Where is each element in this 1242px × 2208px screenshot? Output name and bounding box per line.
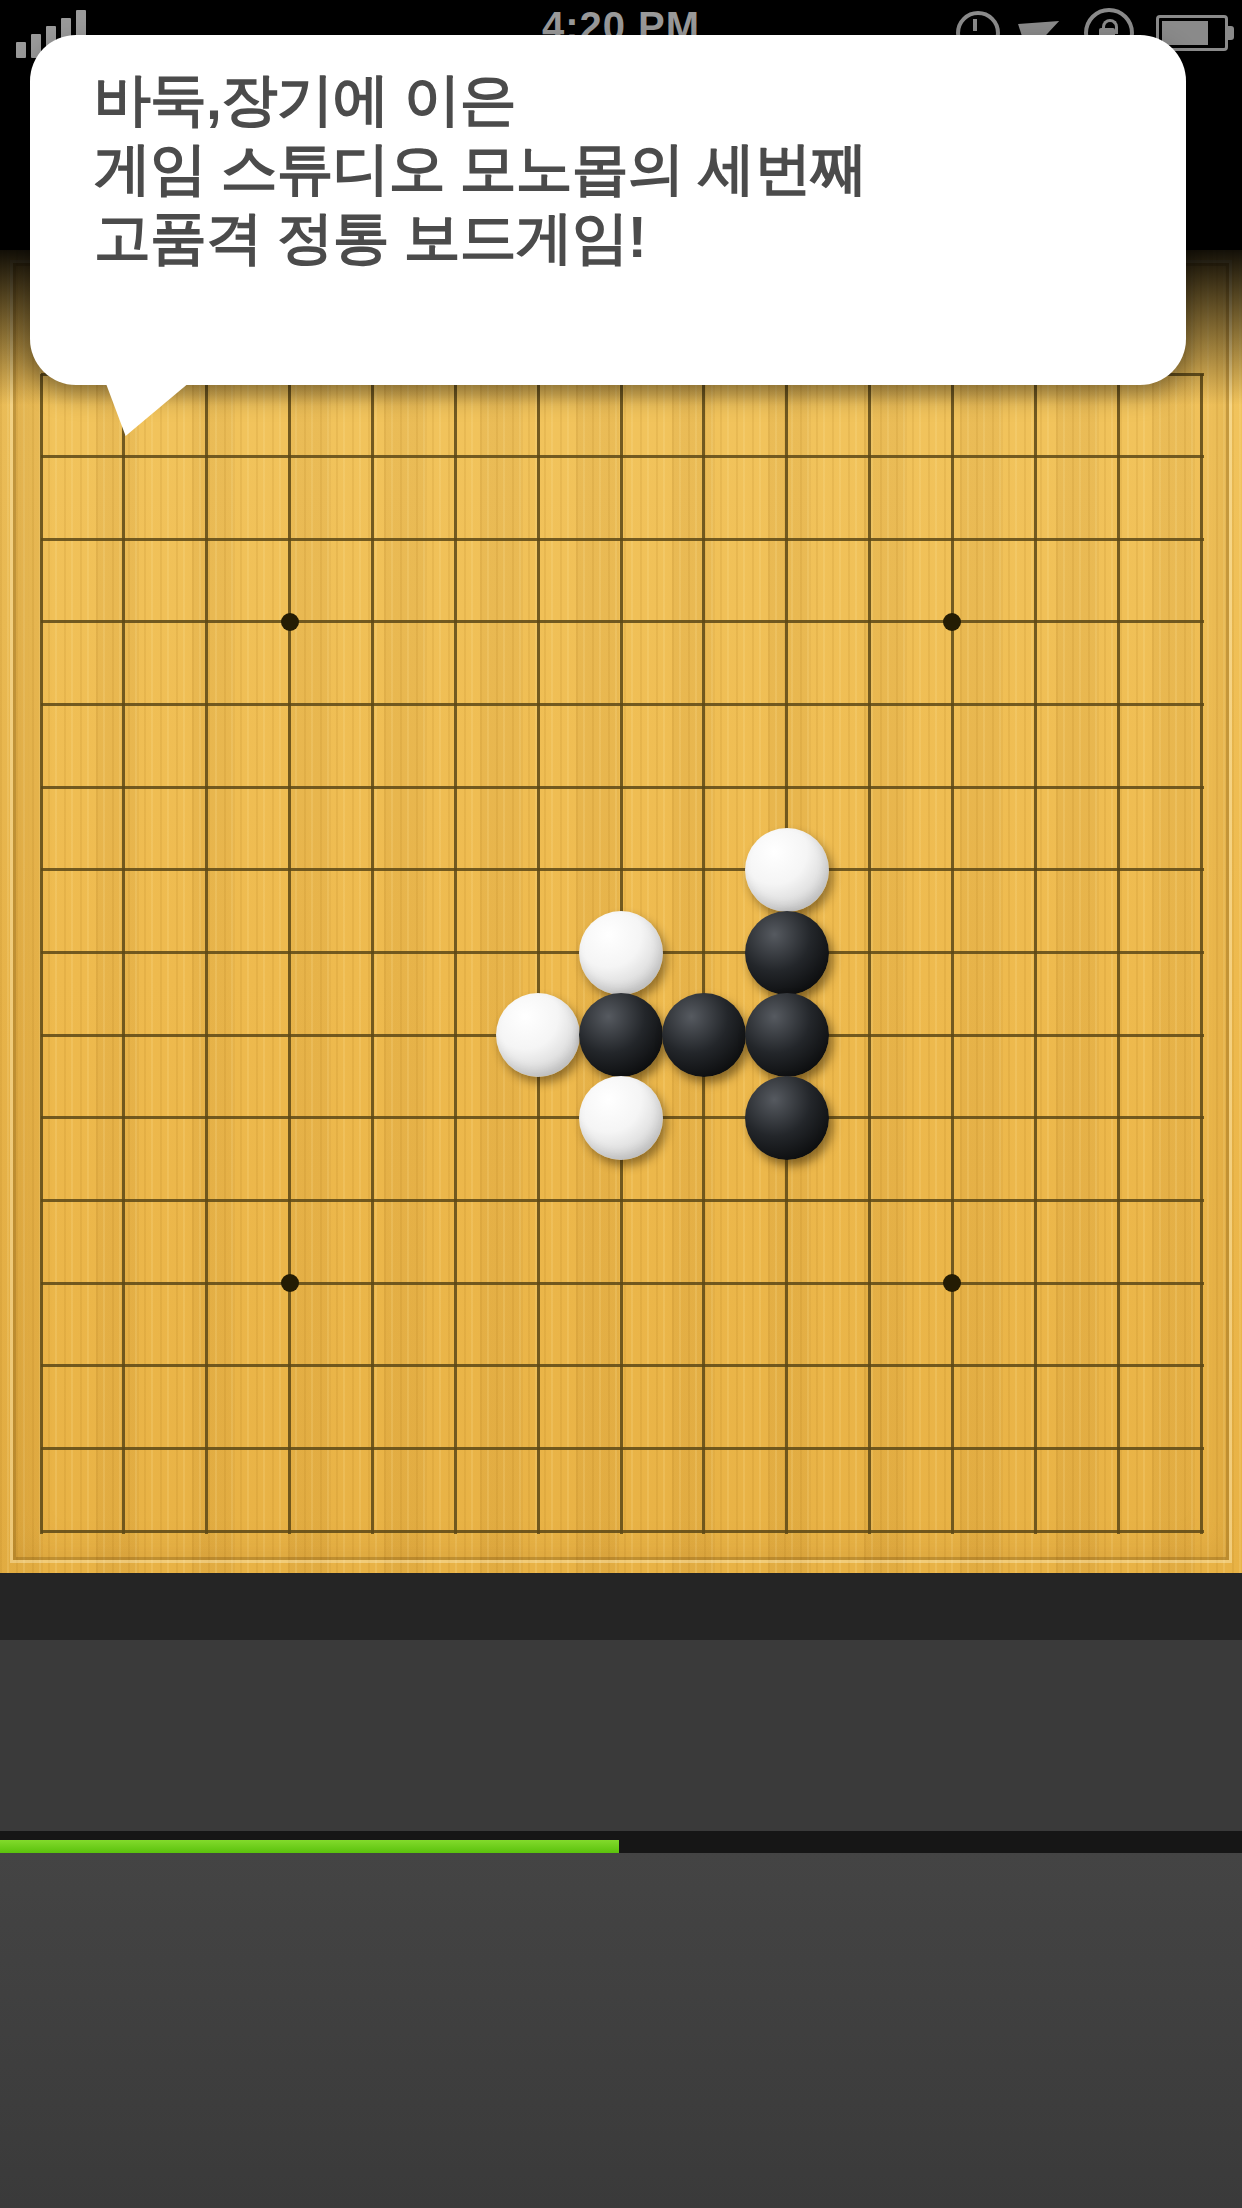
black-stone	[579, 993, 663, 1077]
divider-band	[0, 1573, 1242, 1640]
star-point	[281, 1274, 299, 1292]
promo-line-3: 고품격 정통 보드게임!	[94, 203, 1166, 272]
board[interactable]	[0, 250, 1242, 1573]
white-stone	[579, 1076, 663, 1160]
promo-line-2: 게임 스튜디오 모노몹의 세번째	[94, 134, 1166, 203]
time-progress-track	[0, 1831, 1242, 1853]
black-stone	[662, 993, 746, 1077]
star-point	[943, 1274, 961, 1292]
white-stone	[579, 911, 663, 995]
black-stone	[745, 911, 829, 995]
app-screen: 4:20 PM 바둑,장기에 이은 게임 스튜디오 모노몹의 세번째 고품격 정…	[0, 0, 1242, 2208]
time-progress-fill	[0, 1840, 619, 1853]
promo-line-1: 바둑,장기에 이은	[94, 65, 1166, 134]
player-panel: 24 00 착수 3단 enbibro 2단 naxss	[0, 1853, 1242, 2208]
star-point	[943, 613, 961, 631]
resign-panel: 기 권	[0, 1640, 1242, 1831]
black-stone	[745, 1076, 829, 1160]
promo-bubble: 바둑,장기에 이은 게임 스튜디오 모노몹의 세번째 고품격 정통 보드게임!	[30, 35, 1186, 385]
black-stone	[745, 993, 829, 1077]
white-stone	[496, 993, 580, 1077]
white-stone	[745, 828, 829, 912]
star-point	[281, 613, 299, 631]
